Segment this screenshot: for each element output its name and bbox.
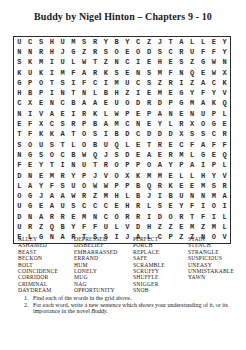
- grid-cell: U: [57, 37, 68, 47]
- grid-cell: S: [144, 68, 155, 78]
- grid-cell: E: [176, 181, 187, 191]
- grid-cell: F: [165, 68, 176, 78]
- grid-cell: P: [122, 181, 133, 191]
- grid-cell: L: [219, 212, 230, 222]
- grid-cell: A: [198, 78, 209, 88]
- grid-cell: Q: [90, 150, 101, 160]
- grid-cell: E: [68, 212, 79, 222]
- grid-cell: E: [111, 202, 122, 212]
- grid-cell: T: [68, 130, 79, 140]
- grid-cell: A: [46, 202, 57, 212]
- grid-cell: D: [154, 130, 165, 140]
- grid-cell: E: [144, 89, 155, 99]
- grid-cell: A: [144, 150, 155, 160]
- grid-cell: B: [90, 140, 101, 150]
- grid-cell: K: [46, 130, 57, 140]
- grid-cell: B: [165, 192, 176, 202]
- grid-cell: C: [57, 150, 68, 160]
- grid-cell: S: [100, 47, 111, 57]
- grid-cell: H: [46, 47, 57, 57]
- grid-cell: W: [100, 181, 111, 191]
- grid-cell: S: [208, 181, 219, 191]
- grid-cell: A: [154, 109, 165, 119]
- grid-cell: C: [208, 130, 219, 140]
- grid-cell: E: [36, 171, 47, 181]
- grid-cell: D: [154, 212, 165, 222]
- grid-cell: D: [133, 222, 144, 232]
- grid-cell: N: [14, 150, 25, 160]
- grid-cell: R: [46, 212, 57, 222]
- grid-cell: E: [122, 47, 133, 57]
- grid-cell: N: [187, 109, 198, 119]
- grid-cell: T: [46, 78, 57, 88]
- grid-cell: C: [133, 37, 144, 47]
- grid-cell: L: [219, 109, 230, 119]
- grid-cell: A: [36, 212, 47, 222]
- grid-cell: S: [36, 150, 47, 160]
- grid-cell: Q: [46, 222, 57, 232]
- grid-cell: B: [25, 89, 36, 99]
- grid-cell: R: [176, 212, 187, 222]
- grid-cell: O: [122, 99, 133, 109]
- word-list: ALLEYASHAMEDBEASTBECKONBOLTCOINCIDENCECO…: [18, 236, 240, 294]
- grid-cell: R: [219, 181, 230, 191]
- grid-cell: E: [144, 58, 155, 68]
- grid-cell: I: [68, 109, 79, 119]
- grid-cell: E: [25, 161, 36, 171]
- grid-cell: Y: [219, 47, 230, 57]
- grid-cell: D: [144, 47, 155, 57]
- grid-cell: R: [154, 181, 165, 191]
- grid-cell: T: [144, 140, 155, 150]
- grid-cell: N: [25, 171, 36, 181]
- grid-cell: E: [133, 109, 144, 119]
- grid-cell: B: [57, 222, 68, 232]
- grid-cell: P: [144, 109, 155, 119]
- grid-cell: S: [176, 58, 187, 68]
- grid-cell: M: [187, 222, 198, 232]
- grid-cell: C: [46, 119, 57, 129]
- grid-cell: H: [111, 89, 122, 99]
- grid-cell: J: [36, 192, 47, 202]
- grid-cell: B: [100, 89, 111, 99]
- grid-cell: U: [57, 58, 68, 68]
- grid-cell: N: [79, 89, 90, 99]
- grid-cell: D: [14, 171, 25, 181]
- grid-cell: E: [165, 58, 176, 68]
- grid-cell: F: [79, 222, 90, 232]
- grid-cell: W: [68, 192, 79, 202]
- grid-cell: T: [187, 212, 198, 222]
- grid-cell: Q: [219, 99, 230, 109]
- grid-cell: C: [57, 99, 68, 109]
- grid-cell: E: [122, 68, 133, 78]
- grid-cell: U: [111, 99, 122, 109]
- grid-cell: L: [219, 222, 230, 232]
- grid-cell: U: [68, 181, 79, 191]
- grid-cell: L: [187, 150, 198, 160]
- grid-cell: F: [25, 130, 36, 140]
- grid-cell: J: [57, 47, 68, 57]
- grid-cell: T: [68, 89, 79, 99]
- grid-cell: E: [36, 99, 47, 109]
- grid-cell: R: [90, 37, 101, 47]
- grid-cell: Y: [122, 37, 133, 47]
- grid-cell: D: [122, 150, 133, 160]
- grid-cell: R: [165, 150, 176, 160]
- grid-cell: Y: [154, 119, 165, 129]
- grid-cell: L: [68, 58, 79, 68]
- grid-cell: L: [219, 161, 230, 171]
- grid-cell: V: [36, 109, 47, 119]
- grid-cell: Z: [36, 222, 47, 232]
- grid-cell: W: [90, 181, 101, 191]
- grid-cell: S: [57, 119, 68, 129]
- grid-cell: G: [198, 58, 209, 68]
- grid-cell: N: [68, 161, 79, 171]
- grid-cell: D: [14, 212, 25, 222]
- grid-cell: U: [176, 192, 187, 202]
- word-item: YAWN: [188, 274, 240, 280]
- grid-cell: M: [111, 78, 122, 88]
- grid-cell: I: [46, 58, 57, 68]
- grid-cell: O: [36, 78, 47, 88]
- grid-cell: R: [90, 68, 101, 78]
- grid-cell: U: [100, 140, 111, 150]
- grid-cell: R: [68, 119, 79, 129]
- grid-cell: F: [208, 140, 219, 150]
- grid-cell: J: [90, 171, 101, 181]
- grid-cell: K: [219, 78, 230, 88]
- grid-cell: L: [122, 192, 133, 202]
- grid-cell: O: [111, 47, 122, 57]
- grid-cell: E: [208, 37, 219, 47]
- grid-cell: O: [79, 130, 90, 140]
- grid-cell: M: [208, 222, 219, 232]
- grid-cell: M: [79, 212, 90, 222]
- grid-cell: D: [144, 130, 155, 140]
- grid-cell: M: [100, 192, 111, 202]
- grid-cell: U: [36, 140, 47, 150]
- grid-cell: I: [198, 202, 209, 212]
- grid-cell: C: [133, 78, 144, 88]
- grid-cell: G: [68, 47, 79, 57]
- grid-cell: I: [144, 212, 155, 222]
- grid-cell: Y: [176, 202, 187, 212]
- grid-cell: D: [122, 130, 133, 140]
- grid-cell: Z: [90, 192, 101, 202]
- grid-cell: M: [144, 171, 155, 181]
- grid-cell: H: [46, 37, 57, 47]
- grid-cell: H: [154, 58, 165, 68]
- grid-cell: E: [165, 89, 176, 99]
- grid-cell: H: [198, 171, 209, 181]
- grid-cell: M: [208, 192, 219, 202]
- grid-cell: Z: [198, 222, 209, 232]
- instruction-number: 2.: [24, 302, 33, 315]
- grid-cell: H: [111, 192, 122, 202]
- grid-cell: M: [176, 150, 187, 160]
- grid-cell: L: [144, 202, 155, 212]
- grid-cell: R: [79, 192, 90, 202]
- grid-cell: J: [100, 150, 111, 160]
- grid-cell: S: [79, 37, 90, 47]
- grid-cell: R: [25, 222, 36, 232]
- grid-cell: O: [208, 202, 219, 212]
- instruction-number: 1.: [24, 295, 33, 302]
- grid-cell: U: [187, 47, 198, 57]
- grid-cell: U: [14, 202, 25, 212]
- grid-cell: S: [187, 130, 198, 140]
- grid-cell: Z: [154, 78, 165, 88]
- grid-cell: G: [25, 202, 36, 212]
- grid-cell: Q: [111, 140, 122, 150]
- grid-cell: R: [133, 202, 144, 212]
- grid-cell: Y: [187, 89, 198, 99]
- grid-cell: D: [154, 99, 165, 109]
- grid-cell: N: [198, 192, 209, 202]
- grid-cell: A: [198, 99, 209, 109]
- grid-cell: A: [79, 68, 90, 78]
- grid-cell: U: [122, 78, 133, 88]
- grid-cell: O: [79, 181, 90, 191]
- grid-cell: F: [46, 181, 57, 191]
- grid-cell: S: [14, 58, 25, 68]
- word-column: ALLEYASHAMEDBEASTBECKONBOLTCOINCIDENCECO…: [18, 236, 74, 294]
- grid-cell: O: [46, 150, 57, 160]
- grid-cell: C: [208, 78, 219, 88]
- grid-cell: E: [187, 181, 198, 191]
- grid-cell: P: [208, 161, 219, 171]
- grid-cell: P: [133, 161, 144, 171]
- grid-cell: N: [25, 47, 36, 57]
- grid-cell: L: [198, 37, 209, 47]
- grid-cell: D: [165, 130, 176, 140]
- grid-cell: P: [165, 99, 176, 109]
- grid-cell: I: [219, 202, 230, 212]
- instruction-text: Find each of the words in the grid above…: [33, 295, 238, 302]
- grid-cell: X: [36, 119, 47, 129]
- word-column: STAINSTENCHSTRANGLESUSPICIOUSUNEASYUNMIS…: [188, 236, 240, 294]
- grid-cell: C: [25, 37, 36, 47]
- grid-cell: I: [57, 161, 68, 171]
- grid-cell: T: [57, 140, 68, 150]
- grid-cell: B: [68, 99, 79, 109]
- word-item: SNOB: [133, 287, 188, 293]
- grid-cell: A: [198, 140, 209, 150]
- grid-cell: N: [57, 89, 68, 99]
- grid-cell: O: [111, 161, 122, 171]
- grid-cell: Z: [79, 47, 90, 57]
- grid-cell: A: [187, 161, 198, 171]
- grid-cell: Q: [187, 68, 198, 78]
- grid-cell: T: [90, 161, 101, 171]
- grid-cell: C: [90, 202, 101, 212]
- grid-cell: R: [90, 47, 101, 57]
- grid-cell: O: [25, 140, 36, 150]
- grid-cell: I: [46, 68, 57, 78]
- grid-cell: M: [154, 171, 165, 181]
- grid-cell: G: [176, 89, 187, 99]
- grid-cell: F: [198, 212, 209, 222]
- grid-cell: C: [122, 119, 133, 129]
- grid-cell: L: [122, 140, 133, 150]
- grid-cell: A: [90, 99, 101, 109]
- grid-cell: U: [14, 37, 25, 47]
- grid-cell: E: [219, 119, 230, 129]
- grid-cell: X: [219, 68, 230, 78]
- grid-cell: F: [187, 140, 198, 150]
- grid-cell: P: [79, 171, 90, 181]
- grid-cell: B: [111, 130, 122, 140]
- grid-cell: E: [14, 119, 25, 129]
- grid-cell: L: [187, 37, 198, 47]
- word-item: OPPORTUNITY: [74, 287, 133, 293]
- grid-cell: B: [133, 192, 144, 202]
- grid-cell: V: [100, 171, 111, 181]
- grid-cell: U: [79, 161, 90, 171]
- grid-cell: X: [176, 130, 187, 140]
- grid-cell: M: [46, 171, 57, 181]
- grid-cell: A: [46, 109, 57, 119]
- grid-cell: Y: [100, 37, 111, 47]
- grid-cell: K: [36, 130, 47, 140]
- grid-cell: R: [57, 212, 68, 222]
- grid-cell: W: [208, 58, 219, 68]
- grid-cell: U: [57, 202, 68, 212]
- grid-cell: Z: [154, 222, 165, 232]
- grid-cell: O: [198, 119, 209, 129]
- grid-cell: E: [133, 150, 144, 160]
- grid-cell: C: [100, 212, 111, 222]
- grid-cell: A: [57, 130, 68, 140]
- grid-cell: Z: [165, 222, 176, 232]
- grid-cell: N: [165, 109, 176, 119]
- grid-cell: S: [57, 78, 68, 88]
- page-title: Buddy by Nigel Hinton – Chapters 9 - 10: [0, 11, 246, 22]
- grid-cell: P: [208, 109, 219, 119]
- grid-cell: G: [176, 99, 187, 109]
- grid-cell: P: [122, 161, 133, 171]
- wordsearch-grid: UCSHUMSRYBYCZJTALLEYNNRHJGZRSOEODSCRUFFY…: [13, 36, 231, 244]
- grid-cell: T: [14, 130, 25, 140]
- grid-cell: E: [100, 99, 111, 109]
- grid-cell: A: [25, 181, 36, 191]
- grid-cell: E: [198, 68, 209, 78]
- grid-cell: W: [111, 109, 122, 119]
- grid-cell: G: [25, 192, 36, 202]
- grid-cell: Q: [219, 150, 230, 160]
- grid-cell: K: [165, 181, 176, 191]
- grid-cell: L: [165, 119, 176, 129]
- grid-cell: P: [176, 161, 187, 171]
- grid-cell: K: [100, 68, 111, 78]
- grid-cell: V: [219, 171, 230, 181]
- grid-cell: P: [36, 89, 47, 99]
- grid-cell: I: [154, 192, 165, 202]
- grid-cell: H: [14, 89, 25, 99]
- grid-cell: G: [208, 119, 219, 129]
- grid-cell: U: [14, 222, 25, 232]
- grid-cell: K: [36, 68, 47, 78]
- grid-cell: I: [100, 130, 111, 140]
- grid-cell: R: [133, 212, 144, 222]
- grid-cell: H: [122, 202, 133, 212]
- grid-cell: Y: [208, 89, 219, 99]
- grid-cell: O: [133, 47, 144, 57]
- grid-cell: I: [100, 78, 111, 88]
- worksheet-page: Buddy by Nigel Hinton – Chapters 9 - 10 …: [0, 0, 246, 350]
- grid-cell: Y: [36, 181, 47, 191]
- grid-cell: Z: [187, 78, 198, 88]
- grid-cell: C: [90, 78, 101, 88]
- grid-cell: L: [68, 140, 79, 150]
- grid-cell: M: [68, 37, 79, 47]
- grid-cell: P: [122, 109, 133, 119]
- grid-cell: F: [198, 47, 209, 57]
- grid-cell: E: [57, 109, 68, 119]
- grid-cell: M: [154, 68, 165, 78]
- novel-title: Buddy.: [91, 308, 108, 314]
- grid-cell: R: [57, 171, 68, 181]
- grid-cell: X: [122, 171, 133, 181]
- grid-cell: S: [198, 130, 209, 140]
- grid-cell: O: [144, 161, 155, 171]
- grid-cell: J: [144, 192, 155, 202]
- grid-cell: B: [90, 119, 101, 129]
- grid-cell: N: [219, 58, 230, 68]
- grid-cell: R: [100, 161, 111, 171]
- grid-cell: N: [187, 192, 198, 202]
- grid-cell: G: [25, 150, 36, 160]
- grid-cell: S: [46, 140, 57, 150]
- grid-cell: P: [25, 78, 36, 88]
- grid-cell: L: [111, 222, 122, 232]
- grid-cell: S: [68, 202, 79, 212]
- grid-cell: R: [219, 130, 230, 140]
- grid-cell: Y: [68, 222, 79, 232]
- grid-cell: I: [25, 109, 36, 119]
- grid-cell: F: [90, 222, 101, 232]
- grid-cell: S: [111, 150, 122, 160]
- grid-cell: A: [46, 192, 57, 202]
- grid-cell: O: [14, 192, 25, 202]
- grid-cell: R: [36, 47, 47, 57]
- grid-cell: R: [176, 47, 187, 57]
- grid-cell: S: [36, 37, 47, 47]
- grid-cell: I: [208, 212, 219, 222]
- grid-cell: T: [46, 161, 57, 171]
- grid-cell: I: [133, 58, 144, 68]
- grid-cell: T: [165, 37, 176, 47]
- grid-cell: R: [165, 78, 176, 88]
- grid-cell: O: [111, 171, 122, 181]
- grid-cell: E: [165, 171, 176, 181]
- word-column: PERFECTPORCHREPLACESAFESCRAMBLESCRUFFYSH…: [133, 236, 188, 294]
- grid-cell: P: [79, 119, 90, 129]
- grid-cell: F: [79, 78, 90, 88]
- grid-cell: T: [90, 58, 101, 68]
- grid-cell: M: [187, 99, 198, 109]
- grid-cell: U: [100, 222, 111, 232]
- grid-cell: U: [25, 68, 36, 78]
- grid-cell: L: [14, 181, 25, 191]
- grid-cell: R: [122, 212, 133, 222]
- grid-cell: L: [176, 171, 187, 181]
- grid-cell: F: [198, 89, 209, 99]
- grid-cell: D: [133, 99, 144, 109]
- grid-cell: F: [208, 47, 219, 57]
